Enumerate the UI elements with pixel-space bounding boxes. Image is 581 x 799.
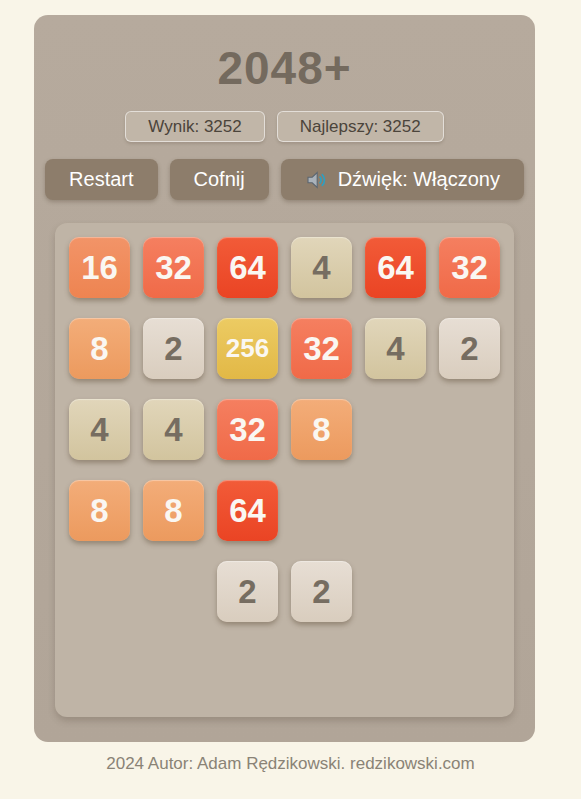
board-cell: 32 xyxy=(143,237,204,298)
best-score-box: Najlepszy: 3252 xyxy=(277,111,444,142)
board-cell: 4 xyxy=(69,399,130,460)
board-cell: 2 xyxy=(143,318,204,379)
tile-32: 32 xyxy=(217,399,278,460)
tile-4: 4 xyxy=(69,399,130,460)
board-cell: 64 xyxy=(365,237,426,298)
restart-button[interactable]: Restart xyxy=(45,159,157,200)
tile-16: 16 xyxy=(69,237,130,298)
tile-4: 4 xyxy=(291,237,352,298)
tile-8: 8 xyxy=(291,399,352,460)
tile-32: 32 xyxy=(291,318,352,379)
board-cell: 8 xyxy=(291,399,352,460)
tile-8: 8 xyxy=(69,318,130,379)
empty-cell xyxy=(439,399,500,460)
page-title: 2048+ xyxy=(34,41,535,95)
empty-cell xyxy=(365,480,426,541)
empty-cell xyxy=(291,480,352,541)
empty-cell xyxy=(365,642,426,703)
sound-toggle-button[interactable]: Dźwięk: Włączony xyxy=(281,159,524,200)
empty-cell xyxy=(143,561,204,622)
empty-cell xyxy=(69,561,130,622)
empty-cell xyxy=(143,642,204,703)
tile-64: 64 xyxy=(217,480,278,541)
score-box: Wynik: 3252 xyxy=(125,111,264,142)
board-cell: 2 xyxy=(217,561,278,622)
empty-cell xyxy=(217,642,278,703)
sound-label: Dźwięk: Włączony xyxy=(338,168,500,191)
score-panel: Wynik: 3252 Najlepszy: 3252 xyxy=(34,111,535,142)
board-cell: 64 xyxy=(217,480,278,541)
undo-button[interactable]: Cofnij xyxy=(170,159,269,200)
tile-256: 256 xyxy=(217,318,278,379)
tile-2: 2 xyxy=(143,318,204,379)
board-cell: 8 xyxy=(69,318,130,379)
tile-2: 2 xyxy=(439,318,500,379)
controls-bar: Restart Cofnij Dźwięk: Włączony xyxy=(34,159,535,200)
board-cell: 256 xyxy=(217,318,278,379)
empty-cell xyxy=(439,642,500,703)
empty-cell xyxy=(291,642,352,703)
tile-4: 4 xyxy=(365,318,426,379)
game-board[interactable]: 1632644643282256324244328886422 xyxy=(55,223,514,717)
board-cell: 2 xyxy=(439,318,500,379)
empty-cell xyxy=(439,561,500,622)
board-cell: 2 xyxy=(291,561,352,622)
board-cell: 32 xyxy=(439,237,500,298)
tile-32: 32 xyxy=(143,237,204,298)
board-cell: 64 xyxy=(217,237,278,298)
tile-8: 8 xyxy=(69,480,130,541)
tile-32: 32 xyxy=(439,237,500,298)
game-container: 2048+ Wynik: 3252 Najlepszy: 3252 Restar… xyxy=(34,15,535,742)
empty-cell xyxy=(439,480,500,541)
tile-8: 8 xyxy=(143,480,204,541)
board-cell: 32 xyxy=(217,399,278,460)
board-cell: 8 xyxy=(69,480,130,541)
speaker-icon xyxy=(305,168,329,192)
tile-64: 64 xyxy=(217,237,278,298)
empty-cell xyxy=(365,399,426,460)
empty-cell xyxy=(69,642,130,703)
board-cell: 4 xyxy=(365,318,426,379)
empty-cell xyxy=(365,561,426,622)
board-cell: 32 xyxy=(291,318,352,379)
tile-2: 2 xyxy=(217,561,278,622)
board-cell: 4 xyxy=(291,237,352,298)
footer-credit: 2024 Autor: Adam Rędzikowski. redzikowsk… xyxy=(0,754,581,774)
board-cell: 4 xyxy=(143,399,204,460)
tile-64: 64 xyxy=(365,237,426,298)
board-cell: 8 xyxy=(143,480,204,541)
tile-2: 2 xyxy=(291,561,352,622)
page: 2048+ Wynik: 3252 Najlepszy: 3252 Restar… xyxy=(0,0,581,799)
tile-4: 4 xyxy=(143,399,204,460)
board-cell: 16 xyxy=(69,237,130,298)
